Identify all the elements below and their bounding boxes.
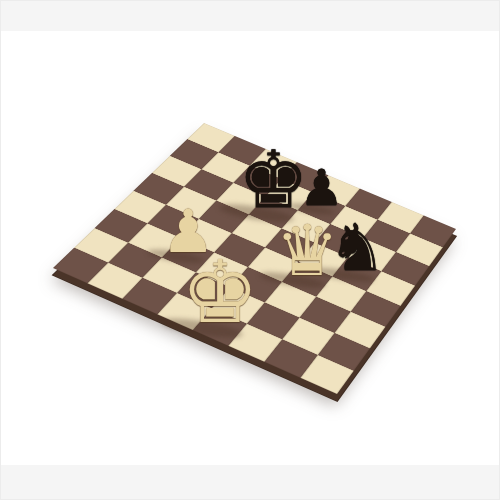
- piece-white-king[interactable]: ♚: [181, 249, 258, 335]
- photo-top-margin: [1, 1, 499, 31]
- chessboard-product-photo: ♟♚♟♞♛♚: [0, 0, 500, 500]
- piece-black-king[interactable]: ♚: [238, 141, 309, 220]
- photo-bottom-margin: [1, 465, 499, 499]
- piece-white-queen[interactable]: ♛: [276, 216, 339, 286]
